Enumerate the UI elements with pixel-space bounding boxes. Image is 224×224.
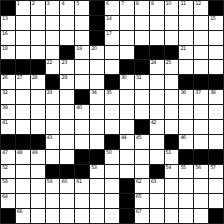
clue-number: 6 — [106, 1, 109, 6]
grid-cell[interactable]: 19 — [75, 46, 89, 60]
block-cell — [135, 46, 149, 60]
clue-number: 8 — [136, 1, 139, 6]
grid-cell[interactable]: 42 — [150, 120, 164, 134]
grid-cell[interactable] — [60, 105, 74, 119]
grid-cell[interactable] — [209, 194, 223, 208]
grid-cell[interactable] — [209, 135, 223, 149]
grid-cell[interactable]: 51 — [165, 150, 179, 164]
grid-cell[interactable] — [75, 120, 89, 134]
grid-cell[interactable] — [105, 46, 119, 60]
clue-number: 27 — [17, 75, 22, 80]
clue-number: 47 — [2, 150, 7, 155]
grid-cell[interactable] — [75, 209, 89, 223]
clue-number: 19 — [76, 46, 81, 51]
grid-cell[interactable] — [150, 105, 164, 119]
clue-number: 62 — [136, 179, 141, 184]
block-cell — [75, 150, 89, 164]
clue-number: 5 — [76, 1, 79, 6]
grid-cell[interactable] — [209, 105, 223, 119]
grid-cell[interactable] — [16, 90, 30, 104]
grid-cell[interactable] — [150, 209, 164, 223]
grid-cell[interactable] — [60, 150, 74, 164]
grid-cell[interactable] — [135, 165, 149, 179]
grid-cell[interactable] — [75, 75, 89, 89]
grid-cell[interactable]: 8 — [135, 1, 149, 15]
grid-cell[interactable]: 31 — [135, 75, 149, 89]
block-cell — [1, 1, 15, 15]
clue-number: 18 — [2, 46, 7, 51]
clue-number: 40 — [76, 105, 81, 110]
grid-cell[interactable] — [16, 31, 30, 45]
clue-number: 60 — [61, 179, 66, 184]
grid-cell[interactable] — [150, 75, 164, 89]
grid-cell[interactable]: 37 — [194, 90, 208, 104]
clue-number: 4 — [61, 1, 64, 6]
grid-cell[interactable] — [90, 105, 104, 119]
grid-cell[interactable]: 46 — [179, 135, 193, 149]
clue-number: 53 — [91, 165, 96, 170]
clue-number: 16 — [2, 31, 7, 36]
grid-cell[interactable]: 21 — [179, 46, 193, 60]
grid-cell[interactable] — [179, 31, 193, 45]
clue-number: 25 — [166, 60, 171, 65]
grid-cell[interactable]: 12 — [194, 1, 208, 15]
grid-cell[interactable] — [194, 120, 208, 134]
grid-cell[interactable] — [165, 105, 179, 119]
clue-number: 12 — [195, 1, 200, 6]
grid-cell[interactable] — [31, 165, 45, 179]
grid-cell[interactable]: 9 — [150, 1, 164, 15]
grid-cell[interactable] — [16, 179, 30, 193]
block-cell — [60, 165, 74, 179]
grid-cell[interactable]: 23 — [60, 60, 74, 74]
clue-number: 3 — [47, 1, 50, 6]
clue-number: 35 — [106, 90, 111, 95]
grid-cell[interactable]: 20 — [90, 46, 104, 60]
grid-cell[interactable] — [60, 209, 74, 223]
grid-cell[interactable]: 53 — [90, 165, 104, 179]
block-cell — [120, 60, 134, 74]
block-cell — [16, 60, 30, 74]
block-cell — [31, 135, 45, 149]
grid-cell[interactable]: 63 — [150, 179, 164, 193]
clue-number: 11 — [180, 1, 185, 6]
grid-cell[interactable]: 65 — [135, 194, 149, 208]
grid-cell[interactable]: 1 — [16, 1, 30, 15]
grid-cell[interactable] — [105, 165, 119, 179]
clue-number: 9 — [151, 1, 154, 6]
grid-cell[interactable] — [46, 120, 60, 134]
grid-cell[interactable] — [16, 105, 30, 119]
block-cell — [46, 165, 60, 179]
grid-cell[interactable] — [194, 179, 208, 193]
block-cell — [1, 60, 15, 74]
grid-cell[interactable] — [150, 194, 164, 208]
clue-number: 26 — [2, 75, 7, 80]
grid-cell[interactable] — [31, 179, 45, 193]
grid-cell[interactable] — [16, 120, 30, 134]
block-cell — [120, 179, 134, 193]
grid-cell[interactable]: 32 — [1, 90, 15, 104]
grid-cell[interactable]: 3 — [46, 1, 60, 15]
grid-cell[interactable]: 5 — [75, 1, 89, 15]
grid-cell[interactable] — [179, 179, 193, 193]
block-cell — [135, 120, 149, 134]
clue-number: 50 — [106, 150, 111, 155]
grid-cell[interactable] — [16, 165, 30, 179]
grid-cell[interactable] — [165, 120, 179, 134]
clue-number: 49 — [32, 150, 37, 155]
grid-cell[interactable] — [16, 16, 30, 30]
grid-cell[interactable] — [179, 120, 193, 134]
grid-cell[interactable] — [31, 31, 45, 45]
clue-number: 20 — [91, 46, 96, 51]
clue-number: 30 — [121, 75, 126, 80]
block-cell — [105, 75, 119, 89]
clue-number: 63 — [151, 179, 156, 184]
block-cell — [165, 135, 179, 149]
grid-cell[interactable] — [120, 46, 134, 60]
grid-cell[interactable]: 29 — [60, 75, 74, 89]
clue-number: 38 — [210, 90, 215, 95]
grid-cell[interactable]: 44 — [120, 135, 134, 149]
block-cell — [1, 135, 15, 149]
grid-cell[interactable] — [194, 209, 208, 223]
grid-cell[interactable]: 33 — [46, 90, 60, 104]
grid-cell[interactable] — [179, 194, 193, 208]
grid-cell[interactable] — [135, 31, 149, 45]
grid-cell[interactable] — [105, 60, 119, 74]
grid-cell[interactable] — [75, 60, 89, 74]
grid-cell[interactable] — [90, 209, 104, 223]
grid-cell[interactable] — [90, 135, 104, 149]
grid-cell[interactable]: 62 — [135, 179, 149, 193]
grid-cell[interactable] — [150, 150, 164, 164]
grid-cell[interactable]: 28 — [31, 75, 45, 89]
grid-cell[interactable] — [16, 194, 30, 208]
grid-cell[interactable] — [105, 194, 119, 208]
grid-cell[interactable] — [46, 46, 60, 60]
grid-cell[interactable] — [105, 209, 119, 223]
block-cell — [135, 60, 149, 74]
clue-number: 66 — [17, 209, 22, 214]
grid-cell[interactable]: 56 — [194, 165, 208, 179]
clue-number: 29 — [61, 75, 66, 80]
clue-number: 10 — [166, 1, 171, 6]
grid-cell[interactable] — [165, 209, 179, 223]
grid-cell[interactable]: 14 — [105, 16, 119, 30]
block-cell — [60, 46, 74, 60]
block-cell — [75, 165, 89, 179]
block-cell — [90, 16, 104, 30]
grid-cell[interactable] — [46, 31, 60, 45]
grid-cell[interactable]: 18 — [1, 46, 15, 60]
grid-cell[interactable] — [60, 31, 74, 45]
grid-cell[interactable]: 11 — [179, 1, 193, 15]
clue-number: 22 — [47, 60, 52, 65]
grid-cell[interactable]: 2 — [31, 1, 45, 15]
grid-cell[interactable] — [120, 150, 134, 164]
grid-cell[interactable] — [75, 194, 89, 208]
grid-cell[interactable] — [209, 179, 223, 193]
grid-cell[interactable] — [194, 135, 208, 149]
grid-cell[interactable]: 41 — [1, 120, 15, 134]
clue-number: 41 — [2, 120, 7, 125]
clue-number: 28 — [32, 75, 37, 80]
grid-cell[interactable]: 52 — [1, 165, 15, 179]
grid-cell[interactable]: 64 — [1, 194, 15, 208]
grid-cell[interactable] — [194, 105, 208, 119]
grid-cell[interactable]: 36 — [179, 90, 193, 104]
block-cell — [209, 150, 223, 164]
clue-number: 13 — [2, 16, 7, 21]
grid-cell[interactable] — [90, 60, 104, 74]
grid-cell[interactable]: 55 — [179, 165, 193, 179]
clue-number: 57 — [210, 165, 215, 170]
clue-number: 59 — [47, 179, 52, 184]
grid-cell[interactable]: 6 — [105, 1, 119, 15]
grid-cell[interactable] — [46, 105, 60, 119]
grid-cell[interactable]: 39 — [1, 105, 15, 119]
grid-cell[interactable] — [194, 31, 208, 45]
grid-cell[interactable]: 4 — [60, 1, 74, 15]
grid-cell[interactable] — [150, 90, 164, 104]
clue-number: 61 — [76, 179, 81, 184]
grid-cell[interactable] — [120, 105, 134, 119]
grid-cell[interactable] — [194, 16, 208, 30]
clue-number: 48 — [17, 150, 22, 155]
grid-cell[interactable] — [90, 75, 104, 89]
clue-number: 23 — [61, 60, 66, 65]
grid-cell[interactable] — [165, 179, 179, 193]
block-cell — [16, 135, 30, 149]
clue-number: 32 — [2, 90, 7, 95]
block-cell — [1, 209, 15, 223]
grid-cell[interactable]: 50 — [105, 150, 119, 164]
grid-cell[interactable]: 48 — [16, 150, 30, 164]
grid-cell[interactable] — [165, 90, 179, 104]
grid-cell[interactable] — [150, 16, 164, 30]
grid-cell[interactable]: 35 — [105, 90, 119, 104]
clue-number: 15 — [210, 16, 215, 21]
block-cell — [150, 46, 164, 60]
grid-cell[interactable]: 54 — [165, 165, 179, 179]
clue-number: 54 — [166, 165, 171, 170]
clue-number: 24 — [151, 60, 156, 65]
grid-cell[interactable]: 59 — [46, 179, 60, 193]
grid-cell[interactable] — [16, 46, 30, 60]
grid-cell[interactable] — [209, 60, 223, 74]
grid-cell[interactable]: 22 — [46, 60, 60, 74]
grid-cell[interactable] — [75, 135, 89, 149]
block-cell — [194, 75, 208, 89]
clue-number: 33 — [47, 90, 52, 95]
grid-cell[interactable]: 58 — [1, 179, 15, 193]
grid-cell[interactable] — [46, 209, 60, 223]
grid-cell[interactable]: 26 — [1, 75, 15, 89]
grid-cell[interactable]: 16 — [1, 31, 15, 45]
clue-number: 65 — [136, 194, 141, 199]
block-cell — [209, 209, 223, 223]
clue-number: 31 — [136, 75, 141, 80]
clue-number: 52 — [2, 165, 7, 170]
clue-number: 67 — [136, 209, 141, 214]
grid-cell[interactable] — [31, 194, 45, 208]
grid-cell[interactable]: 47 — [1, 150, 15, 164]
grid-cell[interactable] — [31, 46, 45, 60]
grid-cell[interactable] — [150, 135, 164, 149]
grid-cell[interactable] — [165, 16, 179, 30]
clue-number: 34 — [91, 90, 96, 95]
grid-cell[interactable]: 66 — [16, 209, 30, 223]
block-cell — [150, 165, 164, 179]
grid-cell[interactable] — [105, 120, 119, 134]
clue-number: 46 — [180, 135, 185, 140]
grid-cell[interactable]: 13 — [1, 16, 15, 30]
grid-cell[interactable]: 25 — [165, 60, 179, 74]
block-cell — [90, 1, 104, 15]
grid-cell[interactable]: 49 — [31, 150, 45, 164]
grid-cell[interactable]: 61 — [75, 179, 89, 193]
grid-cell[interactable] — [194, 194, 208, 208]
clue-number: 51 — [166, 150, 171, 155]
grid-cell[interactable] — [209, 31, 223, 45]
grid-cell[interactable] — [60, 120, 74, 134]
block-cell — [120, 209, 134, 223]
grid-cell[interactable] — [179, 105, 193, 119]
clue-number: 64 — [2, 194, 7, 199]
grid-cell[interactable] — [60, 90, 74, 104]
block-cell — [179, 75, 193, 89]
clue-number: 37 — [195, 90, 200, 95]
clue-number: 43 — [47, 135, 52, 140]
grid-cell[interactable] — [105, 179, 119, 193]
grid-cell[interactable] — [135, 105, 149, 119]
clue-number: 36 — [180, 90, 185, 95]
clue-number: 56 — [195, 165, 200, 170]
grid-cell[interactable] — [194, 46, 208, 60]
block-cell — [31, 60, 45, 74]
grid-cell[interactable] — [75, 31, 89, 45]
grid-cell[interactable] — [179, 60, 193, 74]
grid-cell[interactable]: 60 — [60, 179, 74, 193]
grid-cell[interactable] — [135, 150, 149, 164]
clue-number: 44 — [121, 135, 126, 140]
grid-cell[interactable]: 40 — [75, 105, 89, 119]
grid-cell[interactable] — [31, 105, 45, 119]
crossword-grid: 1234567891011121314151617181920212223242… — [0, 0, 224, 224]
grid-cell[interactable] — [120, 165, 134, 179]
grid-cell[interactable] — [90, 194, 104, 208]
grid-cell[interactable]: 7 — [120, 1, 134, 15]
clue-number: 17 — [106, 31, 111, 36]
grid-cell[interactable] — [120, 31, 134, 45]
clue-number: 39 — [2, 105, 7, 110]
clue-number: 7 — [121, 1, 124, 6]
clue-number: 21 — [180, 46, 185, 51]
grid-cell[interactable] — [31, 90, 45, 104]
grid-cell[interactable] — [150, 31, 164, 45]
grid-cell[interactable] — [60, 194, 74, 208]
clue-number: 45 — [136, 135, 141, 140]
clue-number: 2 — [32, 1, 35, 6]
block-cell — [209, 1, 223, 15]
clue-number: 42 — [151, 120, 156, 125]
grid-cell[interactable] — [90, 120, 104, 134]
block-cell — [209, 75, 223, 89]
grid-cell[interactable] — [209, 120, 223, 134]
grid-cell[interactable] — [120, 16, 134, 30]
block-cell — [165, 46, 179, 60]
grid-cell[interactable]: 57 — [209, 165, 223, 179]
grid-cell[interactable] — [120, 90, 134, 104]
block-cell — [75, 90, 89, 104]
grid-cell[interactable] — [179, 209, 193, 223]
grid-cell[interactable] — [165, 31, 179, 45]
block-cell — [194, 150, 208, 164]
grid-cell[interactable] — [105, 105, 119, 119]
grid-cell[interactable] — [165, 75, 179, 89]
grid-cell[interactable]: 30 — [120, 75, 134, 89]
block-cell — [120, 194, 134, 208]
grid-cell[interactable]: 45 — [135, 135, 149, 149]
grid-cell[interactable]: 10 — [165, 1, 179, 15]
grid-cell[interactable]: 38 — [209, 90, 223, 104]
grid-cell[interactable]: 43 — [46, 135, 60, 149]
grid-cell[interactable] — [135, 90, 149, 104]
grid-cell[interactable]: 17 — [105, 31, 119, 45]
block-cell — [90, 31, 104, 45]
grid-cell[interactable]: 67 — [135, 209, 149, 223]
grid-cell[interactable]: 34 — [90, 90, 104, 104]
grid-cell[interactable] — [120, 120, 134, 134]
grid-cell[interactable]: 27 — [16, 75, 30, 89]
block-cell — [90, 150, 104, 164]
grid-cell[interactable]: 15 — [209, 16, 223, 30]
grid-cell[interactable] — [46, 150, 60, 164]
clue-number: 55 — [180, 165, 185, 170]
grid-cell[interactable] — [75, 16, 89, 30]
grid-cell[interactable] — [31, 16, 45, 30]
clue-number: 1 — [17, 1, 20, 6]
block-cell — [179, 150, 193, 164]
grid-cell[interactable] — [31, 209, 45, 223]
clue-number: 14 — [106, 16, 111, 21]
grid-cell[interactable] — [60, 135, 74, 149]
grid-cell[interactable] — [194, 60, 208, 74]
grid-cell[interactable] — [179, 16, 193, 30]
grid-cell[interactable] — [90, 179, 104, 193]
grid-cell[interactable] — [46, 16, 60, 30]
grid-cell[interactable] — [165, 194, 179, 208]
grid-cell[interactable] — [209, 46, 223, 60]
grid-cell[interactable]: 24 — [150, 60, 164, 74]
grid-cell[interactable] — [135, 16, 149, 30]
block-cell — [105, 135, 119, 149]
block-cell — [46, 75, 60, 89]
clue-number: 58 — [2, 179, 7, 184]
grid-cell[interactable] — [60, 16, 74, 30]
grid-cell[interactable] — [31, 120, 45, 134]
grid-cell[interactable] — [46, 194, 60, 208]
